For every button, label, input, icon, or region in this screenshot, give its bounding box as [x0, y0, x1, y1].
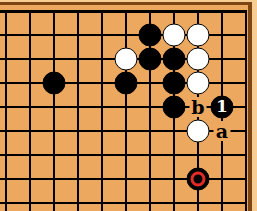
- red-circle-mark-icon: [191, 172, 206, 187]
- board-top-edge-line: [0, 10, 247, 13]
- go-diagram: 1ba: [0, 0, 257, 211]
- black-stone-P18: [139, 24, 162, 47]
- white-stone-R16: [187, 72, 210, 95]
- black-stone-Q15: [163, 96, 186, 119]
- move-number-label: 1: [216, 98, 228, 115]
- move-1-stone-black-stone-S15: 1: [211, 96, 234, 119]
- white-stone-Q18: [163, 24, 186, 47]
- frame-right-highlight: [252, 0, 257, 211]
- marked-black-stone-R12: [187, 168, 210, 191]
- black-stone-Q17: [163, 48, 186, 71]
- white-stone-O17: [115, 48, 138, 71]
- point-label-a-S14: a: [214, 121, 231, 141]
- black-stone-O16: [115, 72, 138, 95]
- white-stone-R17: [187, 48, 210, 71]
- board-grid-lines: [0, 10, 247, 211]
- frame-top-shadow: [0, 2, 257, 5]
- black-stone-P17: [139, 48, 162, 71]
- black-stone-Q16: [163, 72, 186, 95]
- white-stone-R14: [187, 120, 210, 143]
- black-stone-L16: [43, 72, 66, 95]
- point-label-b-R15: b: [190, 97, 207, 117]
- white-stone-R18: [187, 24, 210, 47]
